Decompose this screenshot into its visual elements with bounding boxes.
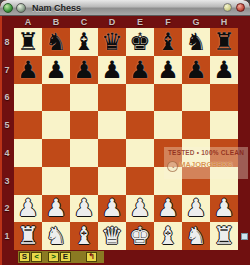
square-h6[interactable] [210,84,238,112]
black-pawn: ♟ [185,58,207,82]
step-back-button[interactable]: < [31,252,42,262]
white-rook: ♜ [213,224,235,248]
square-c2[interactable]: ♟ [70,195,98,223]
square-h2[interactable]: ♟ [210,195,238,223]
square-d2[interactable]: ♟ [98,195,126,223]
square-c7[interactable]: ♟ [70,56,98,84]
square-e7[interactable]: ♟ [126,56,154,84]
black-king: ♚ [129,30,151,54]
file-label-g: G [182,16,210,28]
square-b2[interactable]: ♟ [42,195,70,223]
square-a4[interactable] [14,139,42,167]
white-bishop: ♝ [157,224,179,248]
square-c6[interactable] [70,84,98,112]
rank-label-8: 8 [0,37,14,47]
file-label-f: F [154,16,182,28]
square-c4[interactable] [70,139,98,167]
square-g1[interactable]: ♞ [182,222,210,250]
file-label-h: H [210,16,238,28]
square-e1[interactable]: ♚ [126,222,154,250]
black-pawn: ♟ [101,58,123,82]
square-d5[interactable] [98,111,126,139]
square-f3[interactable] [154,167,182,195]
square-e4[interactable] [126,139,154,167]
go-start-button[interactable]: S [19,252,30,262]
rank-label-1: 1 [0,231,14,241]
square-f7[interactable]: ♟ [154,56,182,84]
square-b3[interactable] [42,167,70,195]
file-label-e: E [126,16,154,28]
chess-board: ♜♞♝♛♚♝♞♜♟♟♟♟♟♟♟♟♟♟♟♟♟♟♟♟♜♞♝♛♚♝♞♜ [14,28,238,250]
square-d4[interactable] [98,139,126,167]
go-end-button[interactable]: E [60,252,71,262]
square-f6[interactable] [154,84,182,112]
square-d3[interactable] [98,167,126,195]
square-g2[interactable]: ♟ [182,195,210,223]
square-g4[interactable] [182,139,210,167]
black-knight: ♞ [185,30,207,54]
square-e5[interactable] [126,111,154,139]
square-a1[interactable]: ♜ [14,222,42,250]
square-e2[interactable]: ♟ [126,195,154,223]
minimize-button[interactable] [223,3,232,12]
square-e6[interactable] [126,84,154,112]
square-g7[interactable]: ♟ [182,56,210,84]
black-pawn: ♟ [213,58,235,82]
square-a3[interactable] [14,167,42,195]
square-g3[interactable] [182,167,210,195]
white-pawn: ♟ [101,196,123,220]
square-f4[interactable] [154,139,182,167]
square-c8[interactable]: ♝ [70,28,98,56]
square-g5[interactable] [182,111,210,139]
square-c1[interactable]: ♝ [70,222,98,250]
black-pawn: ♟ [129,58,151,82]
black-pawn: ♟ [17,58,39,82]
black-queen: ♛ [101,30,123,54]
square-h7[interactable]: ♟ [210,56,238,84]
white-pawn: ♟ [213,196,235,220]
white-knight: ♞ [185,224,207,248]
title-bar[interactable]: Nam Chess [0,0,250,16]
square-c3[interactable] [70,167,98,195]
square-h1[interactable]: ♜ [210,222,238,250]
black-rook: ♜ [17,30,39,54]
file-label-d: D [98,16,126,28]
system-menu-icon[interactable] [16,3,26,13]
white-knight: ♞ [45,224,67,248]
white-pawn: ♟ [129,196,151,220]
file-label-b: B [42,16,70,28]
square-a2[interactable]: ♟ [14,195,42,223]
square-b5[interactable] [42,111,70,139]
square-f5[interactable] [154,111,182,139]
square-a8[interactable]: ♜ [14,28,42,56]
square-g8[interactable]: ♞ [182,28,210,56]
white-pawn: ♟ [185,196,207,220]
resize-grip[interactable] [241,233,248,240]
square-f8[interactable]: ♝ [154,28,182,56]
black-knight: ♞ [45,30,67,54]
black-pawn: ♟ [157,58,179,82]
close-button[interactable] [236,3,245,12]
square-b1[interactable]: ♞ [42,222,70,250]
black-rook: ♜ [213,30,235,54]
square-b4[interactable] [42,139,70,167]
rank-label-3: 3 [0,176,14,186]
app-icon [3,3,13,13]
white-pawn: ♟ [17,196,39,220]
nam-chess-window: Nam Chess ABCDEFGH 87654321 ♜♞♝♛♚♝♞♜♟♟♟♟… [0,0,250,265]
square-h4[interactable] [210,139,238,167]
white-king: ♚ [129,224,151,248]
file-label-c: C [70,16,98,28]
rank-label-4: 4 [0,148,14,158]
square-a6[interactable] [14,84,42,112]
square-g6[interactable] [182,84,210,112]
square-d1[interactable]: ♛ [98,222,126,250]
file-labels: ABCDEFGH [14,16,238,28]
navigation-toolbar: S<>E↰ [18,251,104,263]
square-d6[interactable] [98,84,126,112]
square-f1[interactable]: ♝ [154,222,182,250]
square-h3[interactable] [210,167,238,195]
square-e3[interactable] [126,167,154,195]
rank-labels: 87654321 [0,28,14,250]
white-pawn: ♟ [45,196,67,220]
square-d7[interactable]: ♟ [98,56,126,84]
step-forward-button[interactable]: > [48,252,59,262]
rank-label-7: 7 [0,65,14,75]
rank-label-6: 6 [0,92,14,102]
square-a5[interactable] [14,111,42,139]
square-b8[interactable]: ♞ [42,28,70,56]
white-pawn: ♟ [157,196,179,220]
square-b6[interactable] [42,84,70,112]
black-bishop: ♝ [73,30,95,54]
white-rook: ♜ [17,224,39,248]
square-h8[interactable]: ♜ [210,28,238,56]
square-b7[interactable]: ♟ [42,56,70,84]
white-bishop: ♝ [73,224,95,248]
square-f2[interactable]: ♟ [154,195,182,223]
black-pawn: ♟ [73,58,95,82]
square-h5[interactable] [210,111,238,139]
square-e8[interactable]: ♚ [126,28,154,56]
black-bishop: ♝ [157,30,179,54]
square-a7[interactable]: ♟ [14,56,42,84]
undo-move-button[interactable]: ↰ [86,252,97,262]
file-label-a: A [14,16,42,28]
window-title: Nam Chess [32,3,223,13]
square-d8[interactable]: ♛ [98,28,126,56]
rank-label-5: 5 [0,120,14,130]
white-pawn: ♟ [73,196,95,220]
white-queen: ♛ [101,224,123,248]
black-pawn: ♟ [45,58,67,82]
square-c5[interactable] [70,111,98,139]
rank-label-2: 2 [0,203,14,213]
